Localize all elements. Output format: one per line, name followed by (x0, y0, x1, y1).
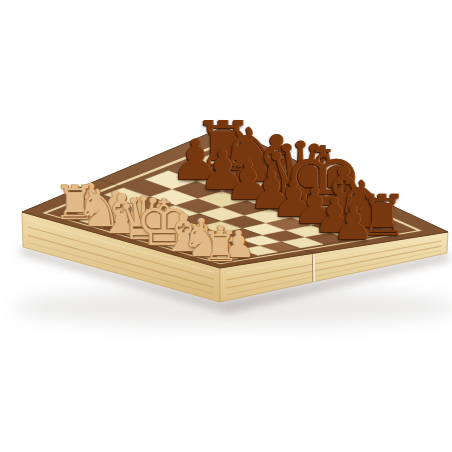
fold-seam (314, 254, 315, 282)
chess-board (0, 0, 452, 452)
chess-set-photo: ♜♞♝♛♚♝♞♜♟♟♟♟♟♟♟♟♟♟♟♟♟♟♟♟♜♞♝♛♚♝♞♜ (0, 0, 452, 452)
